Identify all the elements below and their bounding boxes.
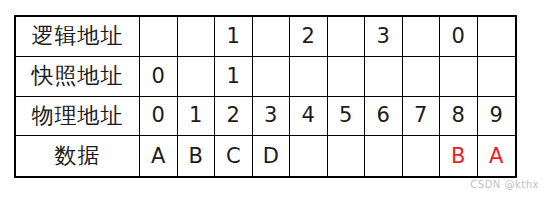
grid-cell-r1c4 [290,57,328,97]
grid-cell-r3c3: D [253,136,291,176]
grid-cell-r1c2: 1 [215,57,253,97]
grid-cell-r0c5 [328,17,366,57]
grid-cell-r3c0: A [140,136,178,176]
grid-cell-r3c2: C [215,136,253,176]
grid-cell-r2c7: 7 [403,97,441,137]
row-label-logical-address: 逻辑地址 [16,17,140,57]
grid-cell-r2c9: 9 [478,97,516,137]
grid-cell-r2c0: 0 [140,97,178,137]
grid-cell-r1c3 [253,57,291,97]
grid-cell-r3c5 [328,136,366,176]
grid-cell-r1c1 [178,57,216,97]
grid-cell-r0c7 [403,17,441,57]
address-mapping-table: 逻辑地址 1 2 3 0 快照地址 0 1 物理地址 0 1 2 3 4 5 6… [14,15,517,178]
row-label-data: 数据 [16,136,140,176]
grid-cell-r0c6: 3 [365,17,403,57]
grid-cell-r1c5 [328,57,366,97]
grid-cell-r0c1 [178,17,216,57]
grid-cell-r1c0: 0 [140,57,178,97]
grid-cell-r2c8: 8 [440,97,478,137]
grid-cell-r2c5: 5 [328,97,366,137]
grid-cell-r1c8 [440,57,478,97]
grid-cell-r2c3: 3 [253,97,291,137]
csdn-watermark: CSDN @kthx [470,179,539,190]
grid-cell-r2c6: 6 [365,97,403,137]
grid-cell-r3c8-highlighted: B [440,136,478,176]
grid-cell-r0c9 [478,17,516,57]
grid-cell-r0c4: 2 [290,17,328,57]
grid-cell-r1c7 [403,57,441,97]
grid-cell-r3c9-highlighted: A [478,136,516,176]
grid-cell-r0c2: 1 [215,17,253,57]
grid-cell-r2c1: 1 [178,97,216,137]
grid-cell-r0c0 [140,17,178,57]
row-label-physical-address: 物理地址 [16,97,140,137]
grid-cell-r0c3 [253,17,291,57]
grid-cell-r1c9 [478,57,516,97]
grid-cell-r3c4 [290,136,328,176]
grid-cell-r3c6 [365,136,403,176]
grid-cell-r1c6 [365,57,403,97]
grid-cell-r2c2: 2 [215,97,253,137]
grid-cell-r2c4: 4 [290,97,328,137]
grid-cell-r0c8: 0 [440,17,478,57]
grid-cell-r3c7 [403,136,441,176]
grid-cell-r3c1: B [178,136,216,176]
row-label-snapshot-address: 快照地址 [16,57,140,97]
